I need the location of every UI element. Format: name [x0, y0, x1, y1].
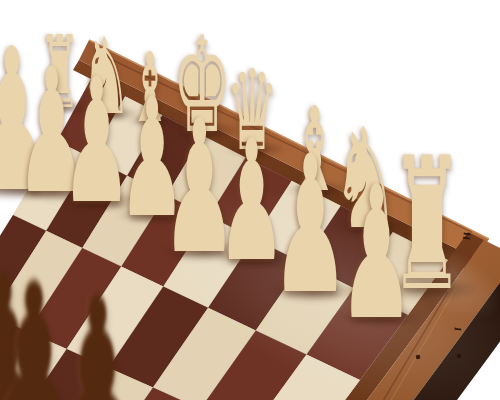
chess-set-photo: ♜♞♝♚♛♝♟♟♟♟♞♟♟♜♟♟♟♟♟ H 1	[0, 0, 500, 400]
rail-pin-left	[416, 355, 421, 360]
black-pawn-3[interactable]: ♟	[41, 266, 154, 400]
rail-pin-right	[457, 354, 461, 358]
file-label-h: H	[461, 231, 473, 240]
white-pawn-h2[interactable]: ♟	[335, 162, 419, 346]
